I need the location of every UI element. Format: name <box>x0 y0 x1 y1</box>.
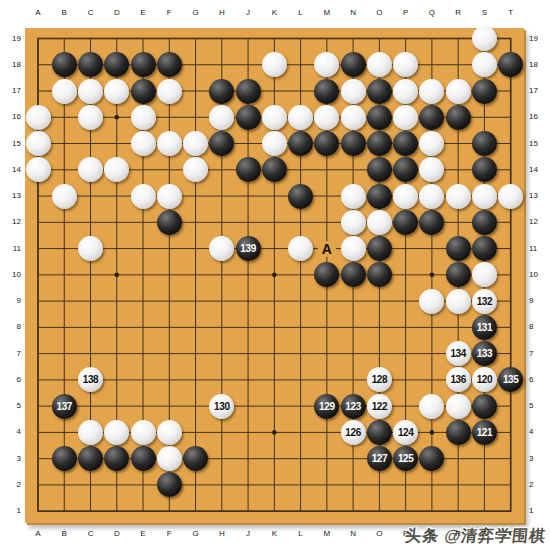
go-diagram: 1391321311341331381281361201351371301291… <box>0 0 550 550</box>
stone-white-L11 <box>288 236 313 261</box>
row-label-left-10: 10 <box>1 270 21 280</box>
stone-black-J16 <box>236 105 261 130</box>
col-label-bottom-S: S <box>476 529 492 539</box>
star-point-Q4 <box>430 430 435 435</box>
stone-black-S5 <box>472 394 497 419</box>
stone-black-O3: 127 <box>367 446 392 471</box>
stone-black-L13 <box>288 184 313 209</box>
stone-white-B13 <box>52 184 77 209</box>
stone-white-E13 <box>131 184 156 209</box>
stone-black-Q16 <box>419 105 444 130</box>
stone-white-R17 <box>446 79 471 104</box>
goban: 1391321311341331381281361201351371301291… <box>25 28 524 523</box>
stone-white-R9 <box>446 289 471 314</box>
col-label-top-R: R <box>450 8 466 18</box>
stone-white-P17 <box>393 79 418 104</box>
stone-black-M5: 129 <box>314 394 339 419</box>
stone-black-P12 <box>393 210 418 235</box>
stone-white-N13 <box>341 184 366 209</box>
col-label-bottom-Q: Q <box>424 529 440 539</box>
col-label-top-P: P <box>398 8 414 18</box>
stone-black-F12 <box>157 210 182 235</box>
stone-white-A15 <box>26 131 51 156</box>
col-label-top-M: M <box>319 8 335 18</box>
stone-black-M17 <box>314 79 339 104</box>
stone-black-C3 <box>78 446 103 471</box>
stone-white-E4 <box>131 420 156 445</box>
col-label-bottom-T: T <box>503 529 519 539</box>
col-label-bottom-H: H <box>214 529 230 539</box>
stone-white-S18 <box>472 52 497 77</box>
stone-black-N15 <box>341 131 366 156</box>
stone-white-K15 <box>262 131 287 156</box>
col-label-top-H: H <box>214 8 230 18</box>
stone-black-S12 <box>472 210 497 235</box>
stone-white-D17 <box>104 79 129 104</box>
stone-black-S11 <box>472 236 497 261</box>
stone-white-A14 <box>26 157 51 182</box>
stone-black-K14 <box>262 157 287 182</box>
stone-white-M16 <box>314 105 339 130</box>
stone-white-F17 <box>157 79 182 104</box>
row-label-right-4: 4 <box>529 427 549 437</box>
stone-white-T13 <box>498 184 523 209</box>
stone-black-N18 <box>341 52 366 77</box>
row-label-left-18: 18 <box>1 60 21 70</box>
stone-white-Q9 <box>419 289 444 314</box>
stone-white-S9: 132 <box>472 289 497 314</box>
stone-black-J14 <box>236 157 261 182</box>
stone-white-B17 <box>52 79 77 104</box>
stone-white-H5: 130 <box>209 394 234 419</box>
col-label-bottom-D: D <box>109 529 125 539</box>
stone-white-L16 <box>288 105 313 130</box>
row-label-right-5: 5 <box>529 401 549 411</box>
row-label-left-13: 13 <box>1 191 21 201</box>
stone-white-P4: 124 <box>393 420 418 445</box>
col-label-bottom-C: C <box>83 529 99 539</box>
stone-white-Q13 <box>419 184 444 209</box>
row-label-left-17: 17 <box>1 86 21 96</box>
stone-white-P13 <box>393 184 418 209</box>
col-label-bottom-K: K <box>266 529 282 539</box>
row-label-right-19: 19 <box>529 34 549 44</box>
stone-white-K16 <box>262 105 287 130</box>
stone-black-P15 <box>393 131 418 156</box>
stone-white-E15 <box>131 131 156 156</box>
stone-black-E3 <box>131 446 156 471</box>
stone-black-J17 <box>236 79 261 104</box>
stone-white-N16 <box>341 105 366 130</box>
stone-black-O16 <box>367 105 392 130</box>
row-label-right-3: 3 <box>529 454 549 464</box>
stone-white-F15 <box>157 131 182 156</box>
row-label-left-4: 4 <box>1 427 21 437</box>
row-label-right-18: 18 <box>529 60 549 70</box>
stone-white-N12 <box>341 210 366 235</box>
row-label-left-16: 16 <box>1 112 21 122</box>
row-label-left-7: 7 <box>1 349 21 359</box>
row-label-right-9: 9 <box>529 296 549 306</box>
stone-black-B5: 137 <box>52 394 77 419</box>
col-label-bottom-A: A <box>30 529 46 539</box>
stone-black-R16 <box>446 105 471 130</box>
stone-white-R5 <box>446 394 471 419</box>
row-label-right-13: 13 <box>529 191 549 201</box>
star-point-D10 <box>114 273 119 278</box>
row-label-right-1: 1 <box>529 506 549 516</box>
stone-white-K18 <box>262 52 287 77</box>
stone-white-Q17 <box>419 79 444 104</box>
col-label-bottom-F: F <box>161 529 177 539</box>
stone-white-R6: 136 <box>446 367 471 392</box>
col-label-top-T: T <box>503 8 519 18</box>
stone-black-R11 <box>446 236 471 261</box>
col-label-bottom-E: E <box>135 529 151 539</box>
col-label-top-S: S <box>476 8 492 18</box>
col-label-bottom-N: N <box>345 529 361 539</box>
stone-black-R10 <box>446 262 471 287</box>
stone-white-G15 <box>183 131 208 156</box>
col-label-bottom-P: P <box>398 529 414 539</box>
stone-black-R4 <box>446 420 471 445</box>
col-label-top-L: L <box>293 8 309 18</box>
row-label-right-8: 8 <box>529 322 549 332</box>
col-label-bottom-R: R <box>450 529 466 539</box>
stone-black-J11: 139 <box>236 236 261 261</box>
stone-white-A16 <box>26 105 51 130</box>
stone-white-R13 <box>446 184 471 209</box>
stone-black-N5: 123 <box>341 394 366 419</box>
stone-black-O13 <box>367 184 392 209</box>
row-label-right-14: 14 <box>529 165 549 175</box>
stone-white-O18 <box>367 52 392 77</box>
stone-white-F13 <box>157 184 182 209</box>
row-label-right-15: 15 <box>529 139 549 149</box>
stone-black-E18 <box>131 52 156 77</box>
stone-black-N10 <box>341 262 366 287</box>
col-label-top-D: D <box>109 8 125 18</box>
stone-black-S15 <box>472 131 497 156</box>
row-label-left-6: 6 <box>1 375 21 385</box>
stone-white-D4 <box>104 420 129 445</box>
stone-black-O14 <box>367 157 392 182</box>
stone-white-C4 <box>78 420 103 445</box>
stone-black-O17 <box>367 79 392 104</box>
stone-black-S17 <box>472 79 497 104</box>
col-label-bottom-O: O <box>371 529 387 539</box>
col-label-top-K: K <box>266 8 282 18</box>
stone-black-S8: 131 <box>472 315 497 340</box>
row-label-left-5: 5 <box>1 401 21 411</box>
row-label-left-8: 8 <box>1 322 21 332</box>
stone-black-L15 <box>288 131 313 156</box>
stone-white-C16 <box>78 105 103 130</box>
stone-white-Q5 <box>419 394 444 419</box>
row-label-right-16: 16 <box>529 112 549 122</box>
row-label-right-17: 17 <box>529 86 549 96</box>
row-label-left-2: 2 <box>1 480 21 490</box>
star-point-K10 <box>272 273 277 278</box>
stone-white-H16 <box>209 105 234 130</box>
stone-white-F4 <box>157 420 182 445</box>
col-label-top-O: O <box>371 8 387 18</box>
stone-black-O4 <box>367 420 392 445</box>
stone-white-P16 <box>393 105 418 130</box>
stone-white-N4: 126 <box>341 420 366 445</box>
row-label-right-10: 10 <box>529 270 549 280</box>
col-label-top-F: F <box>161 8 177 18</box>
row-label-left-15: 15 <box>1 139 21 149</box>
stone-black-B18 <box>52 52 77 77</box>
col-label-top-G: G <box>188 8 204 18</box>
stone-black-F18 <box>157 52 182 77</box>
col-label-top-J: J <box>240 8 256 18</box>
stone-black-H17 <box>209 79 234 104</box>
stone-white-R7: 134 <box>446 341 471 366</box>
stone-black-O15 <box>367 131 392 156</box>
stone-black-B3 <box>52 446 77 471</box>
row-label-right-12: 12 <box>529 217 549 227</box>
col-label-top-E: E <box>135 8 151 18</box>
stone-white-C17 <box>78 79 103 104</box>
stone-white-O12 <box>367 210 392 235</box>
stone-black-S4: 121 <box>472 420 497 445</box>
col-label-top-C: C <box>83 8 99 18</box>
star-point-D16 <box>114 115 119 120</box>
row-label-left-12: 12 <box>1 217 21 227</box>
row-label-right-2: 2 <box>529 480 549 490</box>
col-label-top-Q: Q <box>424 8 440 18</box>
col-label-bottom-G: G <box>188 529 204 539</box>
col-label-bottom-J: J <box>240 529 256 539</box>
stone-white-E16 <box>131 105 156 130</box>
row-label-left-1: 1 <box>1 506 21 516</box>
stone-black-E17 <box>131 79 156 104</box>
row-label-left-3: 3 <box>1 454 21 464</box>
stone-white-S13 <box>472 184 497 209</box>
row-label-right-6: 6 <box>529 375 549 385</box>
stone-white-N11 <box>341 236 366 261</box>
col-label-bottom-M: M <box>319 529 335 539</box>
col-label-top-A: A <box>30 8 46 18</box>
row-label-right-11: 11 <box>529 244 549 254</box>
stone-black-O11 <box>367 236 392 261</box>
star-point-Q10 <box>430 273 435 278</box>
star-point-K4 <box>272 430 277 435</box>
stone-black-S7: 133 <box>472 341 497 366</box>
col-label-bottom-L: L <box>293 529 309 539</box>
stone-white-N17 <box>341 79 366 104</box>
row-label-left-9: 9 <box>1 296 21 306</box>
stone-white-O5: 122 <box>367 394 392 419</box>
col-label-top-B: B <box>56 8 72 18</box>
row-label-left-14: 14 <box>1 165 21 175</box>
marker-A-M11: A <box>318 241 336 257</box>
col-label-top-N: N <box>345 8 361 18</box>
stone-white-C11 <box>78 236 103 261</box>
row-label-left-19: 19 <box>1 34 21 44</box>
stone-white-F3 <box>157 446 182 471</box>
col-label-bottom-B: B <box>56 529 72 539</box>
row-label-left-11: 11 <box>1 244 21 254</box>
stone-white-S19 <box>472 26 497 51</box>
row-label-right-7: 7 <box>529 349 549 359</box>
